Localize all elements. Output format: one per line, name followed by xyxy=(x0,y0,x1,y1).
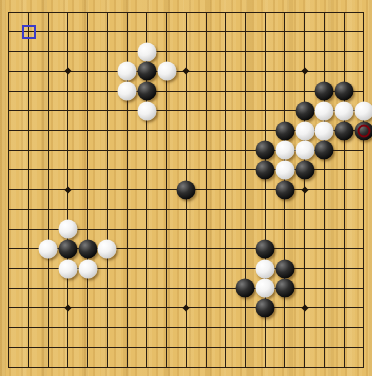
black-stone xyxy=(137,82,156,101)
black-stone xyxy=(275,259,294,278)
black-stone xyxy=(256,141,275,160)
grid-line-horizontal xyxy=(8,367,364,368)
black-stone xyxy=(295,101,314,120)
white-stone xyxy=(354,101,372,120)
white-stone xyxy=(256,259,275,278)
star-point xyxy=(183,68,190,75)
white-stone xyxy=(58,259,77,278)
white-stone xyxy=(78,259,97,278)
black-stone xyxy=(236,279,255,298)
star-point xyxy=(301,68,308,75)
grid-line-horizontal xyxy=(8,347,364,348)
white-stone xyxy=(98,239,117,258)
star-point xyxy=(301,186,308,193)
black-stone xyxy=(275,121,294,140)
black-stone xyxy=(256,298,275,317)
black-stone xyxy=(315,141,334,160)
star-point xyxy=(64,304,71,311)
grid-line-vertical xyxy=(225,12,226,368)
white-stone xyxy=(275,160,294,179)
white-stone xyxy=(157,62,176,81)
white-stone xyxy=(256,279,275,298)
black-stone xyxy=(137,62,156,81)
star-point xyxy=(64,186,71,193)
black-stone xyxy=(275,180,294,199)
black-stone xyxy=(256,239,275,258)
white-stone xyxy=(39,239,58,258)
white-stone xyxy=(275,141,294,160)
white-stone xyxy=(118,82,137,101)
black-stone xyxy=(78,239,97,258)
grid-line-horizontal xyxy=(8,327,364,328)
white-stone xyxy=(137,42,156,61)
white-stone xyxy=(137,101,156,120)
star-point xyxy=(64,68,71,75)
grid-line-horizontal xyxy=(8,288,364,289)
white-stone xyxy=(315,121,334,140)
go-board[interactable] xyxy=(0,0,372,376)
star-point xyxy=(301,304,308,311)
white-stone xyxy=(295,121,314,140)
black-stone xyxy=(58,239,77,258)
black-stone xyxy=(275,279,294,298)
white-stone xyxy=(118,62,137,81)
grid-line-vertical xyxy=(245,12,246,368)
black-stone xyxy=(335,82,354,101)
white-stone xyxy=(58,220,77,239)
black-stone xyxy=(295,160,314,179)
grid-line-horizontal xyxy=(8,209,364,210)
grid-line-vertical xyxy=(206,12,207,368)
grid-line-vertical xyxy=(363,12,364,368)
grid-line-vertical xyxy=(324,12,325,368)
black-stone xyxy=(315,82,334,101)
square-annotation-marker xyxy=(22,25,36,39)
white-stone xyxy=(335,101,354,120)
black-stone xyxy=(256,160,275,179)
star-point xyxy=(183,304,190,311)
white-stone xyxy=(295,141,314,160)
black-stone xyxy=(177,180,196,199)
black-stone xyxy=(335,121,354,140)
grid-line-vertical xyxy=(344,12,345,368)
white-stone xyxy=(315,101,334,120)
last-move-marker xyxy=(357,124,370,137)
